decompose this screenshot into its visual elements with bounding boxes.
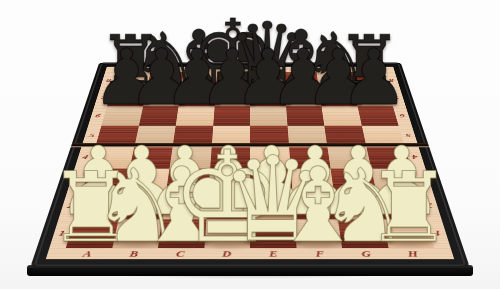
piece-white-rook[interactable]: ♜ (366, 160, 453, 257)
piece-black-pawn[interactable]: ♟ (339, 39, 408, 116)
pieces-layer: ♜♞♝♚♛♝♞♜♟♟♟♟♟♟♟♟♟♟♟♟♟♟♟♟♜♞♝♚♛♝♞♜ (0, 0, 500, 289)
chess-set-photo: ABCDEFGH ABCDEFGH 87654321 12345678 ♜♞♝♚… (0, 0, 500, 289)
